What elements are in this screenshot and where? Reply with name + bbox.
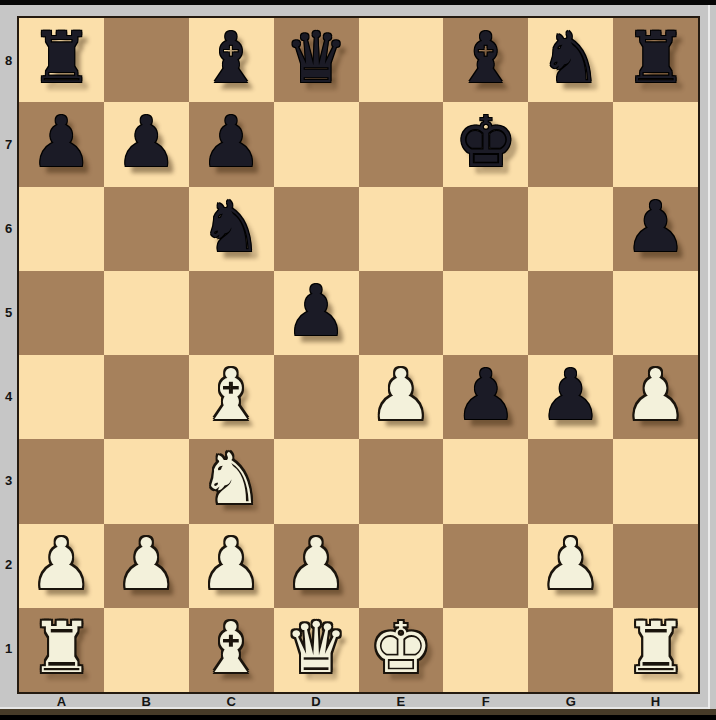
square-g2[interactable]: ♟ xyxy=(528,524,613,608)
square-d7[interactable] xyxy=(274,102,359,186)
square-d1[interactable]: ♛ xyxy=(274,608,359,692)
white-rook: ♜ xyxy=(30,613,93,683)
rank-label-3: 3 xyxy=(0,438,17,522)
square-h2[interactable] xyxy=(613,524,698,608)
square-d2[interactable]: ♟ xyxy=(274,524,359,608)
square-a2[interactable]: ♟ xyxy=(19,524,104,608)
square-h1[interactable]: ♜ xyxy=(613,608,698,692)
rank-label-1: 1 xyxy=(0,606,17,690)
square-a7[interactable]: ♟ xyxy=(19,102,104,186)
black-knight: ♞ xyxy=(200,192,263,262)
square-h7[interactable] xyxy=(613,102,698,186)
white-rook: ♜ xyxy=(624,613,687,683)
top-black-bar xyxy=(0,0,716,5)
square-e2[interactable] xyxy=(359,524,444,608)
black-pawn: ♟ xyxy=(285,276,348,346)
black-bishop: ♝ xyxy=(200,23,263,93)
square-f4[interactable]: ♟ xyxy=(443,355,528,439)
square-e5[interactable] xyxy=(359,271,444,355)
rank-label-6: 6 xyxy=(0,186,17,270)
square-c5[interactable] xyxy=(189,271,274,355)
rank-label-4: 4 xyxy=(0,354,17,438)
rank-label-7: 7 xyxy=(0,102,17,186)
white-pawn: ♟ xyxy=(30,529,93,599)
square-h4[interactable]: ♟ xyxy=(613,355,698,439)
white-pawn: ♟ xyxy=(115,529,178,599)
black-pawn: ♟ xyxy=(115,107,178,177)
square-e8[interactable] xyxy=(359,18,444,102)
square-h6[interactable]: ♟ xyxy=(613,187,698,271)
square-c7[interactable]: ♟ xyxy=(189,102,274,186)
square-e6[interactable] xyxy=(359,187,444,271)
square-f3[interactable] xyxy=(443,439,528,523)
square-a3[interactable] xyxy=(19,439,104,523)
square-c6[interactable]: ♞ xyxy=(189,187,274,271)
black-rook: ♜ xyxy=(30,23,93,93)
square-g8[interactable]: ♞ xyxy=(528,18,613,102)
white-pawn: ♟ xyxy=(370,360,433,430)
white-pawn: ♟ xyxy=(285,529,348,599)
square-d6[interactable] xyxy=(274,187,359,271)
square-a6[interactable] xyxy=(19,187,104,271)
white-queen: ♛ xyxy=(285,613,348,683)
black-bishop: ♝ xyxy=(454,23,517,93)
square-a5[interactable] xyxy=(19,271,104,355)
square-c4[interactable]: ♝ xyxy=(189,355,274,439)
white-bishop: ♝ xyxy=(200,613,263,683)
rank-label-5: 5 xyxy=(0,270,17,354)
square-b1[interactable] xyxy=(104,608,189,692)
rank-labels: 87654321 xyxy=(0,18,17,690)
black-pawn: ♟ xyxy=(454,360,517,430)
square-h5[interactable] xyxy=(613,271,698,355)
black-pawn: ♟ xyxy=(624,192,687,262)
square-f6[interactable] xyxy=(443,187,528,271)
square-c2[interactable]: ♟ xyxy=(189,524,274,608)
square-g3[interactable] xyxy=(528,439,613,523)
square-c8[interactable]: ♝ xyxy=(189,18,274,102)
square-b5[interactable] xyxy=(104,271,189,355)
black-pawn: ♟ xyxy=(539,360,602,430)
square-a1[interactable]: ♜ xyxy=(19,608,104,692)
black-king: ♚ xyxy=(454,107,517,177)
square-h8[interactable]: ♜ xyxy=(613,18,698,102)
white-knight: ♞ xyxy=(200,444,263,514)
square-d8[interactable]: ♛ xyxy=(274,18,359,102)
square-a4[interactable] xyxy=(19,355,104,439)
black-rook: ♜ xyxy=(624,23,687,93)
square-d5[interactable]: ♟ xyxy=(274,271,359,355)
square-c3[interactable]: ♞ xyxy=(189,439,274,523)
square-g1[interactable] xyxy=(528,608,613,692)
chess-app-window: 87654321 ♜♝♛♝♞♜♟♟♟♚♞♟♟♝♟♟♟♟♞♟♟♟♟♟♜♝♛♚♜ A… xyxy=(0,0,716,720)
white-pawn: ♟ xyxy=(539,529,602,599)
square-b3[interactable] xyxy=(104,439,189,523)
square-b2[interactable]: ♟ xyxy=(104,524,189,608)
square-b7[interactable]: ♟ xyxy=(104,102,189,186)
square-g4[interactable]: ♟ xyxy=(528,355,613,439)
chess-board: ♜♝♛♝♞♜♟♟♟♚♞♟♟♝♟♟♟♟♞♟♟♟♟♟♜♝♛♚♜ xyxy=(17,16,700,694)
white-king: ♚ xyxy=(370,613,433,683)
square-f1[interactable] xyxy=(443,608,528,692)
square-c1[interactable]: ♝ xyxy=(189,608,274,692)
square-h3[interactable] xyxy=(613,439,698,523)
black-queen: ♛ xyxy=(285,23,348,93)
white-bishop: ♝ xyxy=(200,360,263,430)
square-f5[interactable] xyxy=(443,271,528,355)
square-b4[interactable] xyxy=(104,355,189,439)
square-b6[interactable] xyxy=(104,187,189,271)
bottom-black-bar xyxy=(0,715,716,720)
white-pawn: ♟ xyxy=(624,360,687,430)
square-f2[interactable] xyxy=(443,524,528,608)
rank-label-8: 8 xyxy=(0,18,17,102)
square-a8[interactable]: ♜ xyxy=(19,18,104,102)
frame-bevel-right xyxy=(708,5,710,709)
white-pawn: ♟ xyxy=(200,529,263,599)
square-d4[interactable] xyxy=(274,355,359,439)
square-d3[interactable] xyxy=(274,439,359,523)
rank-label-2: 2 xyxy=(0,522,17,606)
square-f7[interactable]: ♚ xyxy=(443,102,528,186)
square-e7[interactable] xyxy=(359,102,444,186)
square-g5[interactable] xyxy=(528,271,613,355)
square-b8[interactable] xyxy=(104,18,189,102)
black-pawn: ♟ xyxy=(200,107,263,177)
square-e1[interactable]: ♚ xyxy=(359,608,444,692)
square-e4[interactable]: ♟ xyxy=(359,355,444,439)
square-f8[interactable]: ♝ xyxy=(443,18,528,102)
black-knight: ♞ xyxy=(539,23,602,93)
square-e3[interactable] xyxy=(359,439,444,523)
square-g7[interactable] xyxy=(528,102,613,186)
black-pawn: ♟ xyxy=(30,107,93,177)
square-g6[interactable] xyxy=(528,187,613,271)
